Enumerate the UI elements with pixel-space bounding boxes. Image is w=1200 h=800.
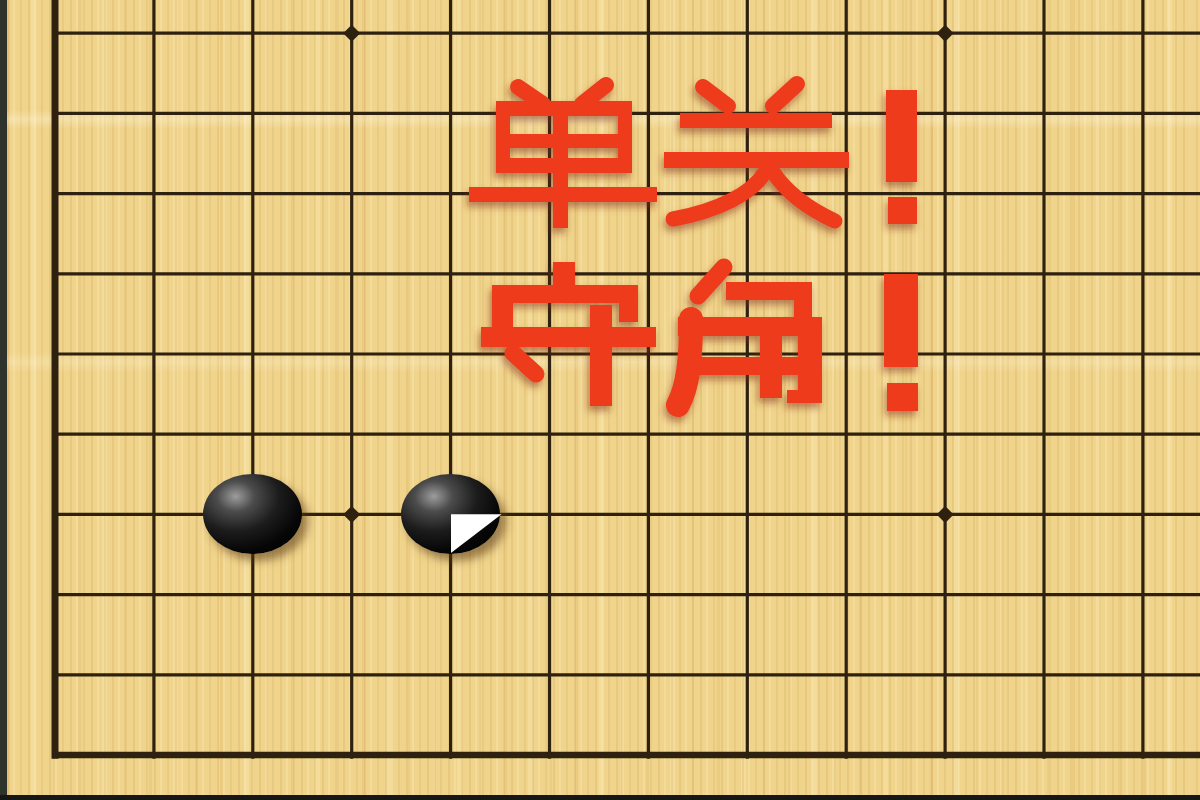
board-point[interactable]: [6, 394, 105, 474]
board-point[interactable]: [500, 314, 599, 394]
board-point[interactable]: [1093, 474, 1192, 554]
board-point[interactable]: [896, 314, 995, 394]
board-point[interactable]: [203, 474, 302, 554]
board-point[interactable]: [896, 554, 995, 634]
board-point[interactable]: [994, 474, 1093, 554]
board-point[interactable]: [401, 0, 500, 73]
board-point[interactable]: [401, 394, 500, 474]
board-point[interactable]: [994, 0, 1093, 73]
board-point[interactable]: [302, 153, 401, 233]
black-stone-C4[interactable]: [203, 474, 302, 554]
board-point[interactable]: [203, 314, 302, 394]
board-point[interactable]: [896, 0, 995, 73]
board-point[interactable]: [1093, 314, 1192, 394]
board-point[interactable]: [797, 73, 896, 153]
board-point[interactable]: [6, 715, 105, 795]
board-point[interactable]: [994, 394, 1093, 474]
board-point[interactable]: [797, 234, 896, 314]
board-point[interactable]: [401, 715, 500, 795]
board-point[interactable]: [500, 715, 599, 795]
board-point[interactable]: [500, 635, 599, 715]
board-point[interactable]: [302, 73, 401, 153]
board-point[interactable]: [599, 314, 698, 394]
board-point[interactable]: [500, 153, 599, 233]
board-point[interactable]: [896, 394, 995, 474]
board-point[interactable]: [6, 554, 105, 634]
board-point[interactable]: [994, 715, 1093, 795]
board-point[interactable]: [797, 314, 896, 394]
board-point[interactable]: [1093, 635, 1192, 715]
board-point[interactable]: [6, 474, 105, 554]
board-point[interactable]: [797, 554, 896, 634]
board-point[interactable]: [302, 314, 401, 394]
board-point[interactable]: [500, 554, 599, 634]
board-point[interactable]: [599, 73, 698, 153]
board-point[interactable]: [896, 715, 995, 795]
go-board-frame: 单关! 守角!: [0, 0, 1200, 800]
board-point[interactable]: [599, 394, 698, 474]
board-point[interactable]: [1093, 554, 1192, 634]
board-point[interactable]: [1093, 394, 1192, 474]
board-point[interactable]: [302, 635, 401, 715]
board-point[interactable]: [896, 73, 995, 153]
board-point[interactable]: [994, 635, 1093, 715]
board-point[interactable]: [104, 715, 203, 795]
board-point[interactable]: [104, 73, 203, 153]
board-point[interactable]: [1093, 234, 1192, 314]
board-point[interactable]: [104, 153, 203, 233]
board-point[interactable]: [203, 394, 302, 474]
board-point[interactable]: [500, 394, 599, 474]
board-point[interactable]: [698, 153, 797, 233]
board-point[interactable]: [203, 0, 302, 73]
board-point[interactable]: [104, 554, 203, 634]
board-point[interactable]: [104, 474, 203, 554]
board-point[interactable]: [500, 234, 599, 314]
board-point[interactable]: [104, 394, 203, 474]
board-point[interactable]: [797, 635, 896, 715]
board-point[interactable]: [302, 554, 401, 634]
board-point[interactable]: [203, 635, 302, 715]
board-point[interactable]: [302, 394, 401, 474]
board-point[interactable]: [698, 73, 797, 153]
board-point[interactable]: [500, 474, 599, 554]
board-point[interactable]: [599, 474, 698, 554]
board-point[interactable]: [599, 554, 698, 634]
board-point[interactable]: [203, 554, 302, 634]
board-point[interactable]: [104, 635, 203, 715]
board-point[interactable]: [401, 554, 500, 634]
board-point[interactable]: [6, 153, 105, 233]
board-point[interactable]: [6, 635, 105, 715]
board-point[interactable]: [698, 234, 797, 314]
board-point[interactable]: [698, 715, 797, 795]
board-point[interactable]: [896, 474, 995, 554]
board-point[interactable]: [500, 0, 599, 73]
board-grid[interactable]: [6, 0, 1193, 795]
board-point[interactable]: [104, 234, 203, 314]
board-point[interactable]: [401, 635, 500, 715]
board-point[interactable]: [401, 153, 500, 233]
board-point[interactable]: [203, 73, 302, 153]
board-point[interactable]: [599, 234, 698, 314]
triangle-marker: [451, 514, 502, 553]
board-point[interactable]: [6, 234, 105, 314]
board-point[interactable]: [994, 153, 1093, 233]
board-point[interactable]: [6, 73, 105, 153]
board-point[interactable]: [698, 0, 797, 73]
board-point[interactable]: [698, 554, 797, 634]
table-edge-bottom: [0, 795, 1200, 800]
board-point[interactable]: [896, 153, 995, 233]
board-point[interactable]: [994, 314, 1093, 394]
board-point[interactable]: [797, 0, 896, 73]
board-point[interactable]: [896, 234, 995, 314]
board-point[interactable]: [302, 234, 401, 314]
board-point[interactable]: [302, 0, 401, 73]
board-point[interactable]: [104, 0, 203, 73]
board-point[interactable]: [1093, 715, 1192, 795]
board-point[interactable]: [698, 474, 797, 554]
board-point[interactable]: [698, 394, 797, 474]
board-point[interactable]: [1093, 153, 1192, 233]
black-stone-E4[interactable]: [401, 474, 500, 554]
board-point[interactable]: [302, 474, 401, 554]
board-point[interactable]: [401, 474, 500, 554]
board-point[interactable]: [500, 73, 599, 153]
board-point[interactable]: [797, 715, 896, 795]
board-point[interactable]: [401, 234, 500, 314]
board-point[interactable]: [203, 715, 302, 795]
board-point[interactable]: [896, 635, 995, 715]
board-point[interactable]: [6, 0, 105, 73]
board-point[interactable]: [599, 635, 698, 715]
board-point[interactable]: [797, 153, 896, 233]
board-point[interactable]: [203, 234, 302, 314]
board-point[interactable]: [401, 314, 500, 394]
board-point[interactable]: [6, 314, 105, 394]
board-point[interactable]: [994, 73, 1093, 153]
board-point[interactable]: [994, 554, 1093, 634]
board-point[interactable]: [203, 153, 302, 233]
board-point[interactable]: [599, 0, 698, 73]
board-point[interactable]: [698, 314, 797, 394]
board-point[interactable]: [994, 234, 1093, 314]
board-point[interactable]: [1093, 0, 1192, 73]
table-edge-left: [0, 0, 7, 800]
board-point[interactable]: [797, 474, 896, 554]
board-point[interactable]: [1093, 73, 1192, 153]
board-point[interactable]: [599, 153, 698, 233]
board-point[interactable]: [302, 715, 401, 795]
board-point[interactable]: [797, 394, 896, 474]
board-point[interactable]: [104, 314, 203, 394]
board-point[interactable]: [698, 635, 797, 715]
board-point[interactable]: [599, 715, 698, 795]
board-point[interactable]: [401, 73, 500, 153]
